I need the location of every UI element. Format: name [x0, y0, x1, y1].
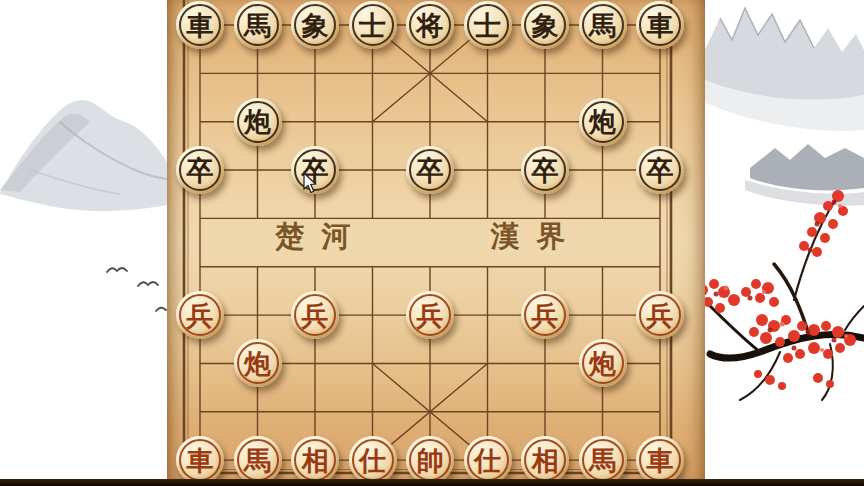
piece-black-cannon[interactable]: 炮 [579, 98, 627, 146]
piece-glyph: 卒 [521, 146, 569, 194]
piece-glyph: 兵 [291, 291, 339, 339]
piece-red-horse[interactable]: 馬 [579, 436, 627, 484]
piece-glyph: 炮 [579, 98, 627, 146]
piece-red-cannon[interactable]: 炮 [234, 339, 282, 387]
piece-glyph: 車 [636, 1, 684, 49]
piece-red-elephant[interactable]: 相 [521, 436, 569, 484]
piece-black-cannon[interactable]: 炮 [234, 98, 282, 146]
piece-glyph: 兵 [636, 291, 684, 339]
piece-glyph: 兵 [176, 291, 224, 339]
piece-red-chariot[interactable]: 車 [636, 436, 684, 484]
piece-red-cannon[interactable]: 炮 [579, 339, 627, 387]
piece-glyph: 炮 [234, 339, 282, 387]
piece-black-general[interactable]: 将 [406, 1, 454, 49]
piece-black-soldier[interactable]: 卒 [406, 146, 454, 194]
piece-glyph: 士 [349, 1, 397, 49]
piece-glyph: 相 [291, 436, 339, 484]
piece-glyph: 車 [636, 436, 684, 484]
piece-black-advisor[interactable]: 士 [464, 1, 512, 49]
table-edge [0, 479, 864, 486]
mouse-cursor [303, 172, 319, 194]
piece-glyph: 兵 [406, 291, 454, 339]
piece-black-chariot[interactable]: 車 [636, 1, 684, 49]
piece-glyph: 象 [521, 1, 569, 49]
piece-glyph: 士 [464, 1, 512, 49]
piece-glyph: 相 [521, 436, 569, 484]
piece-glyph: 仕 [464, 436, 512, 484]
piece-black-soldier[interactable]: 卒 [521, 146, 569, 194]
piece-red-soldier[interactable]: 兵 [176, 291, 224, 339]
piece-glyph: 馬 [234, 436, 282, 484]
app-screen: { "game": "xiangqi", "position": { "fen"… [0, 0, 864, 486]
piece-red-soldier[interactable]: 兵 [291, 291, 339, 339]
piece-glyph: 将 [406, 1, 454, 49]
piece-glyph: 馬 [579, 436, 627, 484]
piece-red-horse[interactable]: 馬 [234, 436, 282, 484]
piece-black-elephant[interactable]: 象 [521, 1, 569, 49]
piece-red-chariot[interactable]: 車 [176, 436, 224, 484]
piece-red-soldier[interactable]: 兵 [636, 291, 684, 339]
piece-glyph: 車 [176, 436, 224, 484]
piece-glyph: 卒 [636, 146, 684, 194]
piece-red-advisor[interactable]: 仕 [464, 436, 512, 484]
piece-black-horse[interactable]: 馬 [579, 1, 627, 49]
piece-red-advisor[interactable]: 仕 [349, 436, 397, 484]
piece-glyph: 炮 [579, 339, 627, 387]
piece-glyph: 卒 [176, 146, 224, 194]
pieces-layer: 車馬象士将士象馬車炮炮卒卒卒卒卒兵兵兵兵兵炮炮車馬相仕帥仕相馬車 [0, 0, 864, 486]
piece-black-elephant[interactable]: 象 [291, 1, 339, 49]
piece-black-soldier[interactable]: 卒 [176, 146, 224, 194]
piece-black-advisor[interactable]: 士 [349, 1, 397, 49]
piece-glyph: 仕 [349, 436, 397, 484]
piece-black-chariot[interactable]: 車 [176, 1, 224, 49]
piece-glyph: 兵 [521, 291, 569, 339]
piece-glyph: 象 [291, 1, 339, 49]
piece-glyph: 帥 [406, 436, 454, 484]
piece-red-soldier[interactable]: 兵 [521, 291, 569, 339]
piece-red-general[interactable]: 帥 [406, 436, 454, 484]
piece-black-horse[interactable]: 馬 [234, 1, 282, 49]
piece-black-soldier[interactable]: 卒 [636, 146, 684, 194]
piece-glyph: 車 [176, 1, 224, 49]
piece-glyph: 炮 [234, 98, 282, 146]
piece-glyph: 卒 [406, 146, 454, 194]
piece-red-soldier[interactable]: 兵 [406, 291, 454, 339]
piece-red-elephant[interactable]: 相 [291, 436, 339, 484]
piece-glyph: 馬 [579, 1, 627, 49]
piece-glyph: 馬 [234, 1, 282, 49]
